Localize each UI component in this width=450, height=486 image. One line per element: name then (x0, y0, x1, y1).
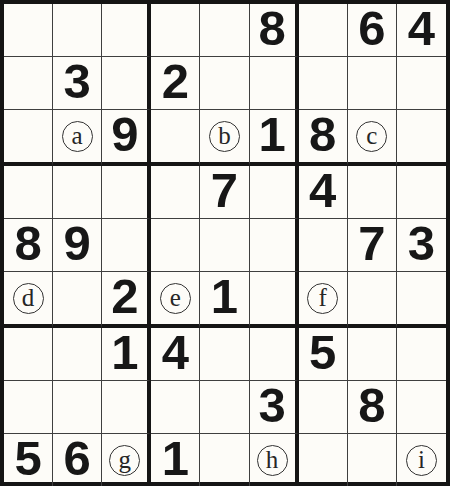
cell-r3c2[interactable]: a (53, 110, 102, 166)
cell-r8c1[interactable] (4, 381, 53, 434)
cell-r4c4[interactable] (151, 166, 200, 219)
given-digit: 8 (358, 381, 385, 433)
given-digit: 9 (111, 110, 138, 162)
cell-r7c1[interactable] (4, 328, 53, 381)
given-digit: 8 (309, 110, 336, 162)
cell-r1c4[interactable] (151, 4, 200, 57)
given-digit: 4 (309, 166, 336, 218)
cell-r6c3[interactable]: 2 (102, 272, 151, 328)
cell-r7c8[interactable] (348, 328, 397, 381)
cell-r3c7[interactable]: 8 (299, 110, 348, 166)
circled-letter-g: g (109, 445, 140, 476)
given-digit: 4 (162, 328, 189, 380)
circled-letter-e: e (160, 283, 191, 314)
cell-r8c6[interactable]: 3 (250, 381, 299, 434)
cell-r8c5[interactable] (200, 381, 249, 434)
given-digit: 1 (211, 272, 238, 324)
cell-r9c4[interactable]: 1 (151, 434, 200, 486)
cell-r6c7[interactable]: f (299, 272, 348, 328)
given-digit: 4 (408, 4, 435, 56)
cell-r7c3[interactable]: 1 (102, 328, 151, 381)
cell-r6c4[interactable]: e (151, 272, 200, 328)
given-digit: 1 (162, 434, 189, 486)
cell-r4c9[interactable] (397, 166, 446, 219)
cell-r5c8[interactable]: 7 (348, 219, 397, 272)
cell-r6c9[interactable] (397, 272, 446, 328)
cell-r3c1[interactable] (4, 110, 53, 166)
cell-r8c3[interactable] (102, 381, 151, 434)
cell-r6c5[interactable]: 1 (200, 272, 249, 328)
circled-letter-a: a (62, 121, 93, 152)
cell-r3c8[interactable]: c (348, 110, 397, 166)
cell-r2c4[interactable]: 2 (151, 57, 200, 110)
cell-r3c5[interactable]: b (200, 110, 249, 166)
given-digit: 2 (162, 57, 189, 109)
circled-letter-c: c (356, 121, 387, 152)
cell-r8c2[interactable] (53, 381, 102, 434)
circled-letter-f: f (307, 283, 338, 314)
cell-r9c9[interactable]: i (397, 434, 446, 486)
cell-r5c7[interactable] (299, 219, 348, 272)
cell-r5c9[interactable]: 3 (397, 219, 446, 272)
cell-r4c5[interactable]: 7 (200, 166, 249, 219)
cell-r7c4[interactable]: 4 (151, 328, 200, 381)
given-digit: 8 (258, 4, 285, 56)
sudoku-board: 86432a9b18c748973d2e1f1453856g1hi (0, 0, 450, 486)
cell-r5c2[interactable]: 9 (53, 219, 102, 272)
cell-r4c3[interactable] (102, 166, 151, 219)
cell-r4c1[interactable] (4, 166, 53, 219)
circled-letter-i: i (406, 445, 437, 476)
cell-r4c6[interactable] (250, 166, 299, 219)
cell-r3c9[interactable] (397, 110, 446, 166)
cell-r9c1[interactable]: 5 (4, 434, 53, 486)
cell-r5c6[interactable] (250, 219, 299, 272)
circled-letter-d: d (13, 283, 44, 314)
cell-r1c3[interactable] (102, 4, 151, 57)
cell-r8c9[interactable] (397, 381, 446, 434)
cell-r3c3[interactable]: 9 (102, 110, 151, 166)
given-digit: 1 (111, 328, 138, 380)
cell-r1c1[interactable] (4, 4, 53, 57)
circled-letter-h: h (257, 445, 288, 476)
given-digit: 9 (64, 219, 91, 271)
cell-r1c7[interactable] (299, 4, 348, 57)
cell-r8c8[interactable]: 8 (348, 381, 397, 434)
cell-r5c1[interactable]: 8 (4, 219, 53, 272)
cell-r6c2[interactable] (53, 272, 102, 328)
cell-r6c6[interactable] (250, 272, 299, 328)
cell-r6c8[interactable] (348, 272, 397, 328)
cell-r1c8[interactable]: 6 (348, 4, 397, 57)
cell-r9c5[interactable] (200, 434, 249, 486)
cell-r2c1[interactable] (4, 57, 53, 110)
given-digit: 3 (408, 219, 435, 271)
given-digit: 5 (14, 434, 41, 486)
given-digit: 5 (309, 328, 336, 380)
cell-r9c3[interactable]: g (102, 434, 151, 486)
cell-r3c6[interactable]: 1 (250, 110, 299, 166)
given-digit: 7 (211, 166, 238, 218)
cell-r7c5[interactable] (200, 328, 249, 381)
cell-r1c9[interactable]: 4 (397, 4, 446, 57)
cell-r5c5[interactable] (200, 219, 249, 272)
given-digit: 6 (64, 434, 91, 486)
cell-r2c9[interactable] (397, 57, 446, 110)
cell-r4c2[interactable] (53, 166, 102, 219)
cell-r1c6[interactable]: 8 (250, 4, 299, 57)
given-digit: 3 (258, 381, 285, 433)
cell-r2c8[interactable] (348, 57, 397, 110)
cell-r2c7[interactable] (299, 57, 348, 110)
cell-r2c5[interactable] (200, 57, 249, 110)
cell-r3c4[interactable] (151, 110, 200, 166)
cell-r2c2[interactable]: 3 (53, 57, 102, 110)
cell-r9c8[interactable] (348, 434, 397, 486)
cell-r6c1[interactable]: d (4, 272, 53, 328)
given-digit: 2 (111, 272, 138, 324)
cell-r9c6[interactable]: h (250, 434, 299, 486)
given-digit: 7 (358, 219, 385, 271)
cell-r8c7[interactable] (299, 381, 348, 434)
cell-r7c6[interactable] (250, 328, 299, 381)
cell-r8c4[interactable] (151, 381, 200, 434)
given-digit: 8 (14, 219, 41, 271)
cell-r2c3[interactable] (102, 57, 151, 110)
cell-r7c2[interactable] (53, 328, 102, 381)
cell-r7c9[interactable] (397, 328, 446, 381)
cell-r9c7[interactable] (299, 434, 348, 486)
cell-r4c7[interactable]: 4 (299, 166, 348, 219)
cell-r2c6[interactable] (250, 57, 299, 110)
cell-r7c7[interactable]: 5 (299, 328, 348, 381)
given-digit: 6 (358, 4, 385, 56)
cell-r5c4[interactable] (151, 219, 200, 272)
cell-r5c3[interactable] (102, 219, 151, 272)
given-digit: 1 (258, 110, 285, 162)
given-digit: 3 (64, 57, 91, 109)
cell-r1c2[interactable] (53, 4, 102, 57)
cell-r9c2[interactable]: 6 (53, 434, 102, 486)
circled-letter-b: b (209, 121, 240, 152)
cell-r1c5[interactable] (200, 4, 249, 57)
cell-r4c8[interactable] (348, 166, 397, 219)
